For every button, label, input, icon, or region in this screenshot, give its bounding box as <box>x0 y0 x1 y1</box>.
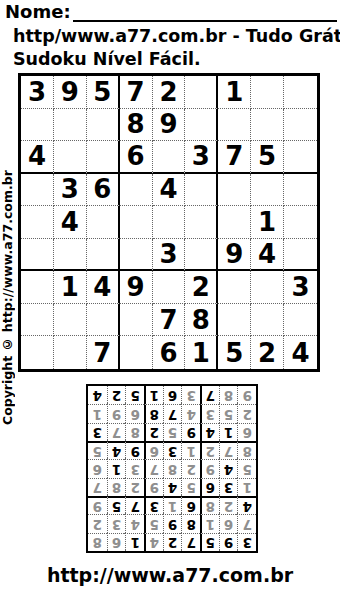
solution-cell-r9c1: 9 <box>237 386 256 404</box>
cell-r8c6: 8 <box>185 304 218 337</box>
cell-r6c8: 4 <box>251 239 284 272</box>
cell-r2c3[interactable] <box>87 109 120 142</box>
solution-cell-r7c9: 3 <box>88 423 107 441</box>
cell-r3c7: 7 <box>218 141 251 174</box>
cell-r1c4: 7 <box>120 76 153 109</box>
cell-r5c9[interactable] <box>284 206 317 239</box>
cell-r4c4[interactable] <box>120 174 153 207</box>
solution-cell-r8c2: 5 <box>219 404 238 422</box>
cell-r7c7[interactable] <box>218 271 251 304</box>
cell-r6c9[interactable] <box>284 239 317 272</box>
solution-cell-r9c4: 3 <box>181 386 200 404</box>
cell-r8c8[interactable] <box>251 304 284 337</box>
cell-r3c5[interactable] <box>153 141 186 174</box>
solution-cell-r6c9: 5 <box>88 441 107 459</box>
cell-r2c7[interactable] <box>218 109 251 142</box>
cell-r2c9[interactable] <box>284 109 317 142</box>
cell-r9c9: 4 <box>284 336 317 369</box>
cell-r5c2: 4 <box>54 206 87 239</box>
puzzle-level-title: Sudoku Nível Fácil. <box>13 49 201 69</box>
solution-cell-r7c4: 9 <box>181 423 200 441</box>
solution-cell-r1c1: 3 <box>237 533 256 551</box>
cell-r2c6[interactable] <box>185 109 218 142</box>
solution-cell-r2c7: 4 <box>125 514 144 532</box>
cell-r6c2[interactable] <box>54 239 87 272</box>
solution-cell-r8c3: 3 <box>200 404 219 422</box>
cell-r7c2: 1 <box>54 271 87 304</box>
site-tagline: http/www.a77.com.br - Tudo Grátis. <box>13 26 340 46</box>
solution-cell-r7c1: 6 <box>237 423 256 441</box>
cell-r1c9[interactable] <box>284 76 317 109</box>
solution-cell-r6c8: 4 <box>107 441 126 459</box>
cell-r8c1[interactable] <box>21 304 54 337</box>
solution-cell-r5c5: 8 <box>163 459 182 477</box>
cell-r8c2[interactable] <box>54 304 87 337</box>
solution-cell-r8c5: 7 <box>163 404 182 422</box>
cell-r5c3[interactable] <box>87 206 120 239</box>
cell-r5c8: 1 <box>251 206 284 239</box>
cell-r4c6[interactable] <box>185 174 218 207</box>
solution-cell-r2c3: 1 <box>200 514 219 532</box>
cell-r1c1: 3 <box>21 76 54 109</box>
cell-r2c8[interactable] <box>251 109 284 142</box>
cell-r5c4[interactable] <box>120 206 153 239</box>
solution-cell-r4c8: 8 <box>107 478 126 496</box>
cell-r1c8[interactable] <box>251 76 284 109</box>
solution-cell-r3c1: 4 <box>237 496 256 514</box>
cell-r3c4: 6 <box>120 141 153 174</box>
solution-cell-r2c4: 8 <box>181 514 200 532</box>
solution-cell-r9c7: 5 <box>125 386 144 404</box>
cell-r4c7[interactable] <box>218 174 251 207</box>
solution-cell-r9c3: 7 <box>200 386 219 404</box>
cell-r1c5: 2 <box>153 76 186 109</box>
solution-cell-r5c7: 3 <box>125 459 144 477</box>
cell-r3c2[interactable] <box>54 141 87 174</box>
solution-cell-r8c8: 9 <box>107 404 126 422</box>
printable-sudoku-page: Nome: http/www.a77.com.br - Tudo Grátis.… <box>0 0 340 596</box>
solution-cell-r4c4: 5 <box>181 478 200 496</box>
solution-cell-r6c7: 9 <box>125 441 144 459</box>
solution-cell-r8c7: 6 <box>125 404 144 422</box>
solution-cell-r7c6: 2 <box>144 423 163 441</box>
solution-cell-r1c4: 7 <box>181 533 200 551</box>
cell-r4c2: 3 <box>54 174 87 207</box>
solution-cell-r9c6: 1 <box>144 386 163 404</box>
solution-cell-r2c9: 2 <box>88 514 107 532</box>
solution-cell-r9c9: 4 <box>88 386 107 404</box>
name-row: Nome: <box>5 2 337 22</box>
name-blank-line[interactable] <box>73 3 337 22</box>
solution-cell-r3c7: 7 <box>125 496 144 514</box>
cell-r6c1[interactable] <box>21 239 54 272</box>
cell-r3c9[interactable] <box>284 141 317 174</box>
solution-cell-r3c8: 5 <box>107 496 126 514</box>
solution-cell-r8c4: 4 <box>181 404 200 422</box>
solution-cell-r5c8: 1 <box>107 459 126 477</box>
solution-cell-r7c5: 5 <box>163 423 182 441</box>
cell-r7c1[interactable] <box>21 271 54 304</box>
cell-r8c4[interactable] <box>120 304 153 337</box>
solution-cell-r3c2: 2 <box>219 496 238 514</box>
solution-cell-r8c1: 2 <box>237 404 256 422</box>
cell-r8c3[interactable] <box>87 304 120 337</box>
cell-r8c7[interactable] <box>218 304 251 337</box>
solution-cell-r2c6: 5 <box>144 514 163 532</box>
cell-r6c3[interactable] <box>87 239 120 272</box>
solution-cell-r8c6: 8 <box>144 404 163 422</box>
solution-cell-r4c7: 2 <box>125 478 144 496</box>
solution-cell-r5c6: 7 <box>144 459 163 477</box>
solution-cell-r7c2: 1 <box>219 423 238 441</box>
cell-r8c5: 7 <box>153 304 186 337</box>
cell-r9c7: 5 <box>218 336 251 369</box>
solution-cell-r3c9: 9 <box>88 496 107 514</box>
solution-cell-r6c1: 8 <box>237 441 256 459</box>
cell-r3c6: 3 <box>185 141 218 174</box>
solution-cell-r2c1: 7 <box>237 514 256 532</box>
solution-cell-r7c8: 7 <box>107 423 126 441</box>
cell-r7c4: 9 <box>120 271 153 304</box>
solution-cell-r1c6: 4 <box>144 533 163 551</box>
cell-r7c9: 3 <box>284 271 317 304</box>
solution-cell-r9c8: 2 <box>107 386 126 404</box>
solution-cell-r4c2: 3 <box>219 478 238 496</box>
cell-r3c3[interactable] <box>87 141 120 174</box>
solution-cell-r6c4: 1 <box>181 441 200 459</box>
solution-cell-r1c5: 2 <box>163 533 182 551</box>
cell-r7c6: 2 <box>185 271 218 304</box>
cell-r9c4[interactable] <box>120 336 153 369</box>
cell-r4c3: 6 <box>87 174 120 207</box>
cell-r4c5: 4 <box>153 174 186 207</box>
solution-cell-r3c4: 6 <box>181 496 200 514</box>
solution-cell-r4c1: 1 <box>237 478 256 496</box>
solution-cell-r6c2: 7 <box>219 441 238 459</box>
solution-cell-r2c5: 9 <box>163 514 182 532</box>
cell-r6c6[interactable] <box>185 239 218 272</box>
solution-cell-r3c6: 3 <box>144 496 163 514</box>
footer-url: http://www.a77.com.br <box>0 564 340 586</box>
cell-r9c6: 1 <box>185 336 218 369</box>
cell-r1c2: 9 <box>54 76 87 109</box>
cell-r8c9[interactable] <box>284 304 317 337</box>
cell-r4c9[interactable] <box>284 174 317 207</box>
solution-cell-r2c2: 6 <box>219 514 238 532</box>
solution-cell-r1c2: 9 <box>219 533 238 551</box>
solution-cell-r5c4: 2 <box>181 459 200 477</box>
solution-cell-r4c3: 6 <box>200 478 219 496</box>
solution-cell-r6c5: 3 <box>163 441 182 459</box>
solution-cell-r7c7: 8 <box>125 423 144 441</box>
cell-r5c1[interactable] <box>21 206 54 239</box>
cell-r1c6[interactable] <box>185 76 218 109</box>
solution-cell-r4c9: 7 <box>88 478 107 496</box>
cell-r7c3: 4 <box>87 271 120 304</box>
sudoku-puzzle-board: 3957218946375364413941492378761524 <box>18 73 320 372</box>
cell-r3c8: 5 <box>251 141 284 174</box>
solution-cell-r9c2: 8 <box>219 386 238 404</box>
cell-r9c8: 2 <box>251 336 284 369</box>
solution-cell-r8c9: 1 <box>88 404 107 422</box>
cell-r9c1[interactable] <box>21 336 54 369</box>
solution-cell-r5c3: 9 <box>200 459 219 477</box>
solution-cell-r5c1: 5 <box>237 459 256 477</box>
solution-cell-r1c8: 6 <box>107 533 126 551</box>
cell-r7c5[interactable] <box>153 271 186 304</box>
cell-r5c7[interactable] <box>218 206 251 239</box>
solution-cell-r9c5: 6 <box>163 386 182 404</box>
cell-r9c2[interactable] <box>54 336 87 369</box>
cell-r9c3: 7 <box>87 336 120 369</box>
cell-r1c7: 1 <box>218 76 251 109</box>
cell-r4c1[interactable] <box>21 174 54 207</box>
cell-r2c4: 8 <box>120 109 153 142</box>
solution-cell-r1c7: 1 <box>125 533 144 551</box>
cell-r7c8[interactable] <box>251 271 284 304</box>
copyright-text: Copyright © http://www.a77.com.br <box>0 148 17 448</box>
solution-cell-r6c6: 6 <box>144 441 163 459</box>
solution-cell-r5c2: 4 <box>219 459 238 477</box>
cell-r2c1[interactable] <box>21 109 54 142</box>
cell-r6c4[interactable] <box>120 239 153 272</box>
solution-cell-r1c9: 8 <box>88 533 107 551</box>
cell-r3c1: 4 <box>21 141 54 174</box>
solution-cell-r6c3: 2 <box>200 441 219 459</box>
solution-cell-r4c6: 9 <box>144 478 163 496</box>
name-label: Nome: <box>5 2 71 22</box>
cell-r2c2[interactable] <box>54 109 87 142</box>
cell-r5c5[interactable] <box>153 206 186 239</box>
cell-r5c6[interactable] <box>185 206 218 239</box>
solution-cell-r3c3: 8 <box>200 496 219 514</box>
cell-r6c7: 9 <box>218 239 251 272</box>
cell-r1c3: 5 <box>87 76 120 109</box>
sudoku-solution-board-upside-down: 3957241687618954324286137591365492875492… <box>86 384 258 553</box>
solution-cell-r5c9: 6 <box>88 459 107 477</box>
cell-r6c5: 3 <box>153 239 186 272</box>
solution-cell-r4c5: 4 <box>163 478 182 496</box>
cell-r4c8[interactable] <box>251 174 284 207</box>
solution-cell-r2c8: 3 <box>107 514 126 532</box>
solution-cell-r1c3: 5 <box>200 533 219 551</box>
solution-cell-r7c3: 4 <box>200 423 219 441</box>
cell-r9c5: 6 <box>153 336 186 369</box>
solution-cell-r3c5: 1 <box>163 496 182 514</box>
cell-r2c5: 9 <box>153 109 186 142</box>
